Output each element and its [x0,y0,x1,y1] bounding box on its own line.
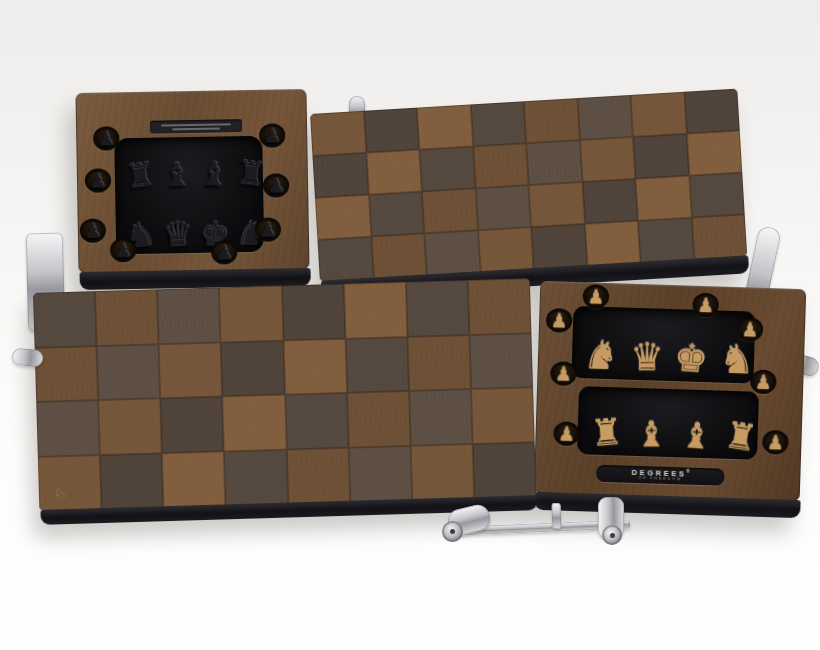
chess-half-board-top [310,89,747,282]
pivot-pin-left-icon [11,347,44,367]
board-square [422,188,478,233]
board-square [281,284,345,340]
white-rook-piece: ♜ [589,414,624,452]
black-rook-piece: ♜ [234,156,267,192]
brand-tagline: OF FREEDOM [639,477,682,482]
board-square [424,230,480,275]
board-square [577,95,633,140]
white-queen-piece: ♛ [630,338,664,376]
product-photo-scene: ♜ ♝ ♝ ♜ ♞ ♛ ♚ ♞ ♟ ♟ ♟ ♟ ♟ ♟ ♟ ♟ ♘ ♞ [0,0,820,650]
board-square [638,218,694,263]
board-square [348,445,412,501]
board-square [363,108,419,153]
board-square [35,346,99,402]
board-square [471,387,535,443]
black-pawn-piece: ♟ [264,126,281,145]
board-square [473,143,529,188]
board-square [406,280,470,336]
board-square [686,131,742,176]
black-bishop-piece: ♝ [161,158,192,193]
board-square [347,391,411,447]
board-square [407,335,471,391]
board-square [366,150,422,195]
hinge-cap-left-icon [442,521,463,542]
board-square [691,214,747,259]
black-pieces-tray: ♜ ♝ ♝ ♜ ♞ ♛ ♚ ♞ ♟ ♟ ♟ ♟ ♟ ♟ ♟ ♟ [75,89,309,273]
white-rook-piece: ♜ [722,417,759,458]
white-pawn-piece: ♟ [587,287,605,307]
board-square [635,176,691,221]
board-square [38,455,102,511]
board-square [371,233,427,278]
black-pawn-piece: ♟ [267,176,284,195]
board-square [529,182,585,227]
board-square [469,333,533,389]
board-square [98,398,162,454]
board-square [473,442,537,498]
white-bishop-piece: ♝ [636,417,668,452]
board-square [224,449,288,505]
board-square [312,153,368,198]
black-queen-piece: ♛ [161,216,193,252]
board-square [283,338,347,394]
hinge-linkage [440,495,670,555]
board-square [419,146,475,191]
black-pawn-piece: ♟ [216,243,233,262]
board-square [630,92,686,137]
white-pawn-piece: ♟ [555,364,573,384]
white-pawn-piece: ♟ [558,424,576,444]
black-pawn-piece: ♟ [84,221,101,240]
board-square [33,291,97,347]
engraved-microtext-plate [150,119,242,134]
black-bishop-piece: ♝ [198,157,229,191]
black-pawn-piece: ♟ [259,220,276,239]
white-bishop-piece: ♝ [679,418,713,456]
microtext-line [172,127,220,130]
black-pawn-piece: ♟ [115,241,132,260]
white-knight-piece: ♞ [718,339,755,380]
board-square [160,396,224,452]
board-square [221,340,285,396]
white-pawn-piece: ♟ [755,372,773,392]
microtext-line [161,123,231,126]
board-square [580,137,636,182]
linkage-stem-icon [552,503,562,529]
board-square [162,451,226,507]
board-square [317,237,373,282]
board-square [468,278,532,334]
board-square [368,192,424,237]
black-pawn-piece: ♟ [98,129,115,148]
white-pawn-piece: ♟ [767,433,785,453]
board-square [417,104,473,149]
white-pieces-tray: ♞ ♛ ♚ ♞ ♜ ♝ ♝ ♜ ♟ ♟ ♟ ♟ ♟ ♟ ♟ ♟ DEGREES6… [534,281,807,501]
board-square [470,101,526,146]
board-square [410,444,474,500]
board-square [478,227,534,272]
chess-half-board-bottom: ♘ [33,278,536,511]
board-square [633,134,689,179]
board-square [531,224,587,269]
board-square [100,453,164,509]
board-square [157,287,221,343]
board-square [315,195,371,240]
board-square [475,185,531,230]
black-pawn-piece: ♟ [89,171,106,190]
board-square [409,389,473,445]
board-square [159,342,223,398]
white-pawn-piece: ♟ [550,311,568,331]
black-rook-piece: ♜ [123,157,156,193]
board-square [343,282,407,338]
board-square [345,336,409,392]
board-square [97,344,161,400]
board-square [95,289,159,345]
board-square [526,140,582,185]
board-square [36,400,100,456]
board-grid-top [310,89,747,282]
board-square [524,98,580,143]
board-square [582,179,638,224]
white-pawn-piece: ♟ [697,295,715,315]
board-square [286,447,350,503]
brand-superscript: 6 [687,469,690,474]
white-knight-piece: ♞ [583,334,620,375]
board-square [285,393,349,449]
board-square [310,111,366,156]
white-king-piece: ♚ [673,338,710,379]
board-grid-bottom [33,278,536,511]
white-pawn-piece: ♟ [741,320,759,340]
board-square [689,172,745,217]
hinge-cap-right-icon [602,525,622,545]
board-square [585,221,641,266]
board-square [684,89,740,134]
board-square [219,286,283,342]
board-square [223,395,287,451]
